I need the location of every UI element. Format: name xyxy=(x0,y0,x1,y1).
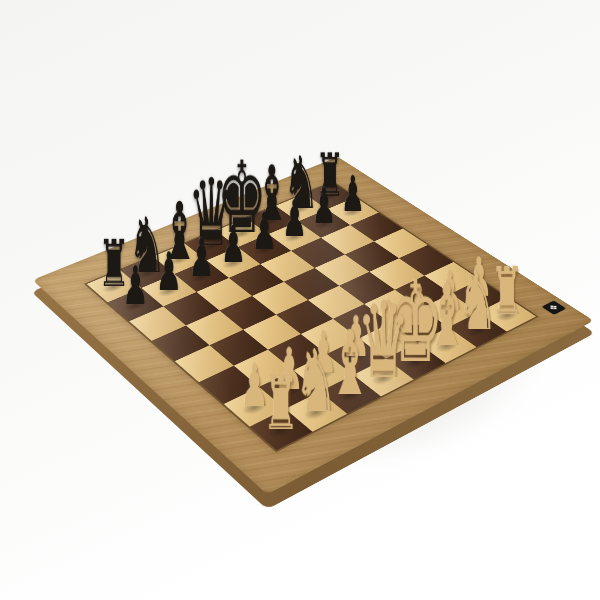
white-rook-glyph: ♜ xyxy=(244,296,318,441)
chess-board: ❖ ♜♞♝♛♚♝♞♜♟♟♟♟♟♟♟♟♟♟♟♟♟♟♟♟♜♞♝♛♚♝♞♜ xyxy=(32,157,594,495)
product-photo: ❖ ♜♞♝♛♚♝♞♜♟♟♟♟♟♟♟♟♟♟♟♟♟♟♟♟♜♞♝♛♚♝♞♜ xyxy=(0,0,600,600)
piece-black-pawn-a7[interactable]: ♟ xyxy=(108,288,164,321)
piece-white-rook-a1[interactable]: ♜ xyxy=(250,409,313,450)
black-pawn-glyph: ♟ xyxy=(102,183,168,314)
